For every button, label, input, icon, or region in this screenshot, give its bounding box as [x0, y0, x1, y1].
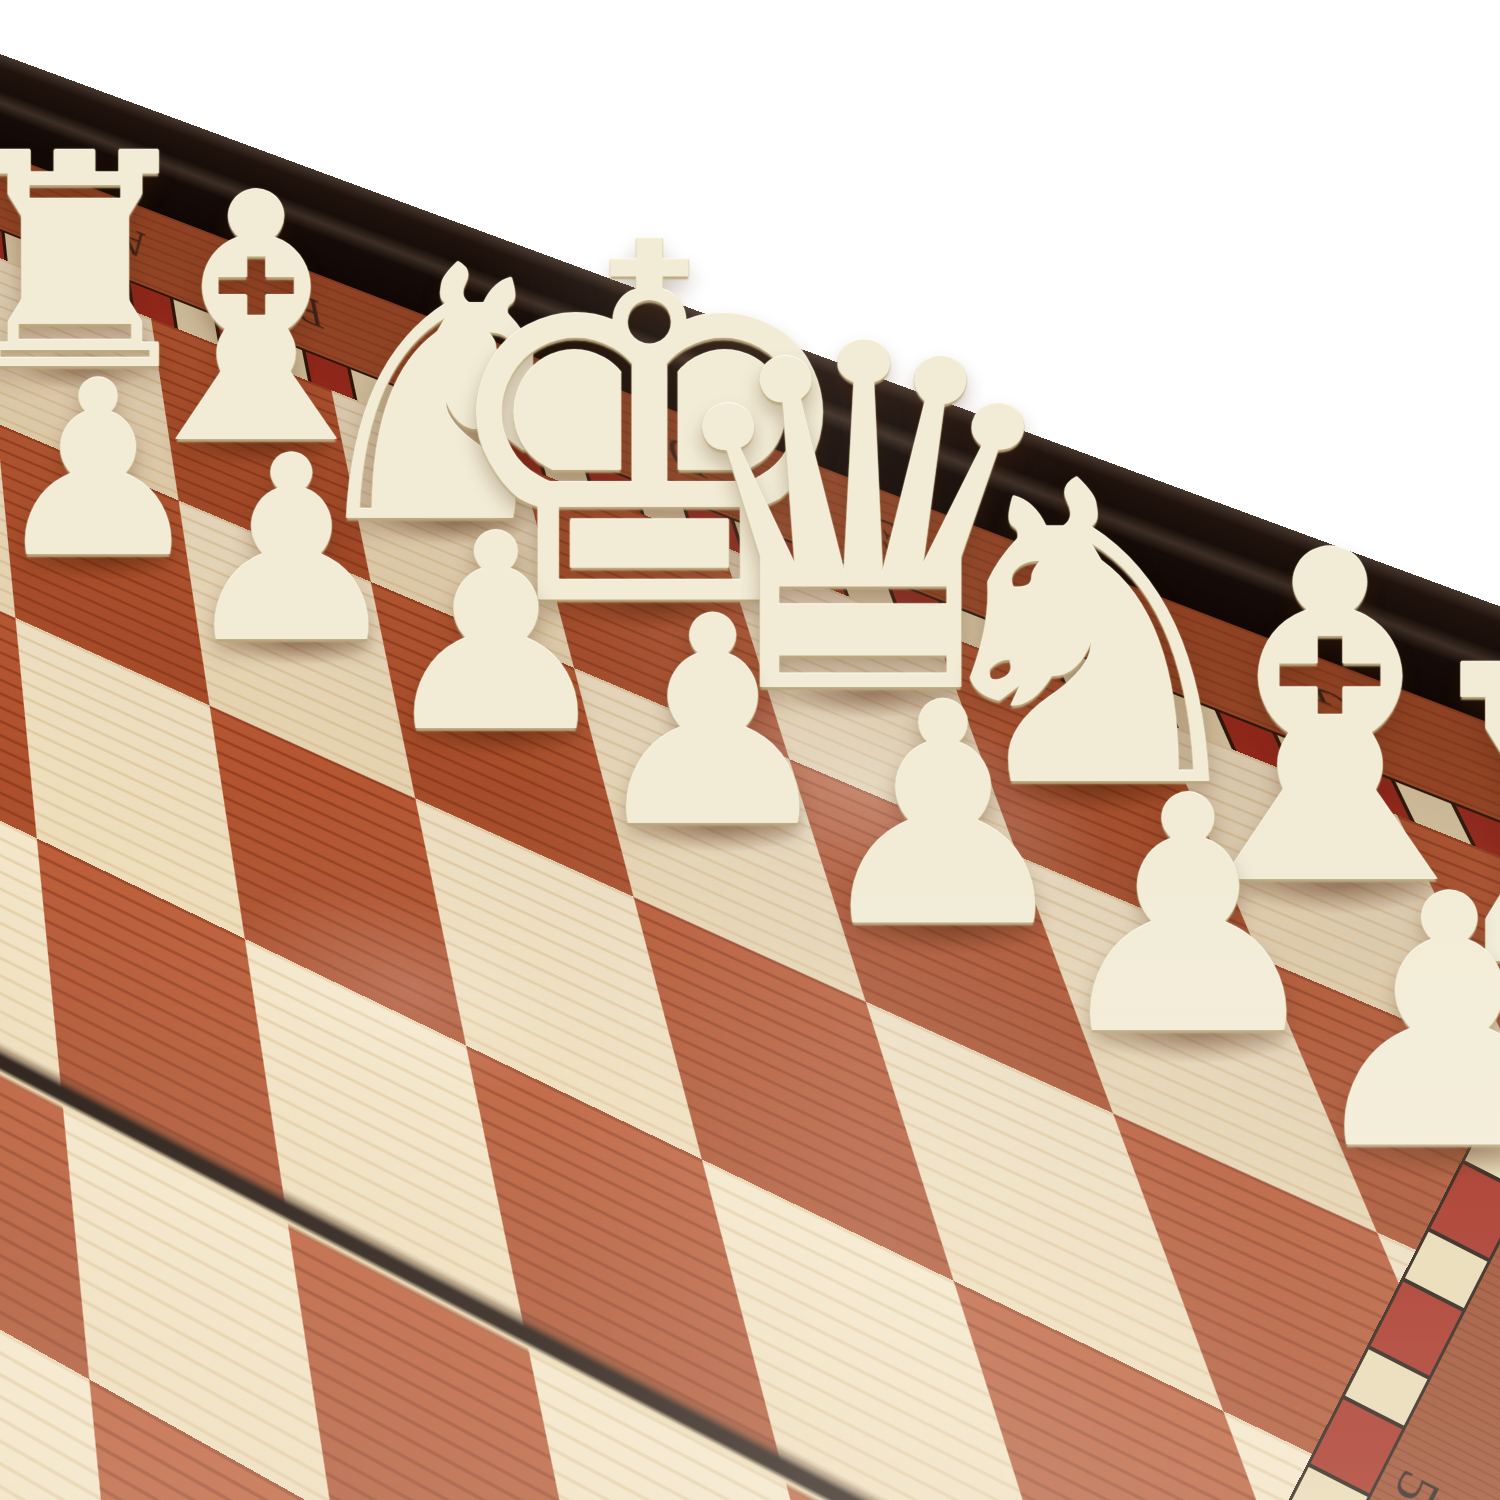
- piece-white-pawn-c2[interactable]: ♟: [375, 499, 618, 770]
- piece-white-pawn-b2[interactable]: ♟: [177, 423, 406, 679]
- piece-white-pawn-a2[interactable]: ♟: [0, 350, 207, 592]
- rank-label-5: 5: [1379, 1460, 1454, 1500]
- piece-white-pawn-f2[interactable]: ♟: [1042, 754, 1334, 1080]
- piece-white-pawn-g2[interactable]: ♟: [1294, 850, 1500, 1198]
- board-photo-scene: ABCDEFGH 5 ♜♝♞♟♚♟♛♟♞♟♝♟♜♟♟♟: [0, 0, 1500, 1500]
- piece-white-pawn-d2[interactable]: ♟: [584, 579, 842, 867]
- piece-white-pawn-e2[interactable]: ♟: [806, 664, 1080, 970]
